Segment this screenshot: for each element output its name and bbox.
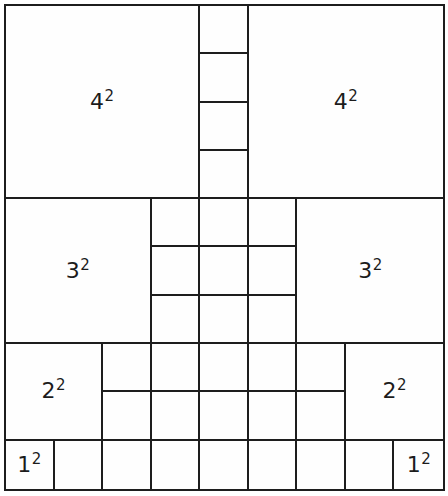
label-base: 2 [42, 378, 57, 403]
unit-cell-r10c5 [200, 441, 249, 489]
label-base: 1 [17, 452, 32, 477]
label-exponent: 2 [373, 256, 383, 274]
unit-cell-r9c7 [297, 392, 346, 440]
unit-cell-r1c5 [200, 6, 249, 54]
unit-cell-r9c5 [200, 392, 249, 440]
square-2-right-label: 22 [382, 380, 406, 402]
square-2-left: 22 [6, 344, 103, 441]
unit-cell-r5c5 [200, 199, 249, 247]
label-base: 4 [90, 89, 105, 114]
unit-cell-r8c6 [249, 344, 298, 392]
unit-cell-r8c3 [103, 344, 152, 392]
unit-cell-r10c6 [249, 441, 298, 489]
label-base: 3 [66, 258, 81, 283]
unit-cell-r10c8 [346, 441, 395, 489]
label-exponent: 2 [56, 376, 66, 394]
unit-cell-r10c3 [103, 441, 152, 489]
label-exponent: 2 [348, 87, 358, 105]
label-exponent: 2 [32, 450, 42, 468]
square-3-right-label: 32 [358, 260, 382, 282]
unit-cell-r8c7 [297, 344, 346, 392]
label-base: 4 [334, 89, 349, 114]
square-2-left-label: 22 [42, 380, 66, 402]
unit-cell-r8c5 [200, 344, 249, 392]
unit-cell-r7c5 [200, 296, 249, 344]
square-1-right: 12 [394, 441, 443, 489]
unit-cell-r3c5 [200, 103, 249, 151]
square-4-left-label: 42 [90, 91, 114, 113]
label-base: 1 [407, 452, 422, 477]
square-3-left: 32 [6, 199, 152, 344]
unit-cell-r4c5 [200, 151, 249, 199]
square-1-left-label: 12 [17, 454, 41, 476]
dissection-board: 4242323222221212 [4, 4, 445, 491]
label-base: 3 [358, 258, 373, 283]
square-3-left-label: 32 [66, 260, 90, 282]
square-4-left: 42 [6, 6, 200, 199]
square-1-right-label: 12 [407, 454, 431, 476]
unit-cell-r10c4 [152, 441, 201, 489]
label-base: 2 [382, 378, 397, 403]
square-1-left: 12 [6, 441, 55, 489]
square-2-right: 22 [346, 344, 443, 441]
unit-cell-r9c4 [152, 392, 201, 440]
square-4-right: 42 [249, 6, 443, 199]
label-exponent: 2 [397, 376, 407, 394]
unit-cell-r8c4 [152, 344, 201, 392]
unit-cell-r7c4 [152, 296, 201, 344]
unit-cell-r6c5 [200, 247, 249, 295]
unit-cell-r2c5 [200, 54, 249, 102]
label-exponent: 2 [421, 450, 431, 468]
label-exponent: 2 [105, 87, 115, 105]
unit-cell-r6c6 [249, 247, 298, 295]
unit-cell-r10c2 [55, 441, 104, 489]
unit-cell-r6c4 [152, 247, 201, 295]
square-4-right-label: 42 [334, 91, 358, 113]
unit-cell-r7c6 [249, 296, 298, 344]
unit-cell-r5c6 [249, 199, 298, 247]
label-exponent: 2 [80, 256, 90, 274]
unit-cell-r10c7 [297, 441, 346, 489]
unit-cell-r9c3 [103, 392, 152, 440]
unit-cell-r9c6 [249, 392, 298, 440]
unit-cell-r5c4 [152, 199, 201, 247]
square-3-right: 32 [297, 199, 443, 344]
